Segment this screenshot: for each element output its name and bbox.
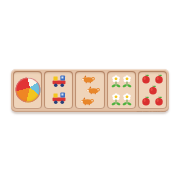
- counting-board-scene: hand made by bigjigs toys: [0, 0, 180, 180]
- apple-icon: [142, 74, 151, 84]
- fox-icon: [80, 97, 95, 106]
- tile-row: [13, 71, 167, 109]
- apple-icon: [142, 96, 151, 106]
- flower-icon: [111, 92, 121, 107]
- fox-icon: [86, 86, 101, 95]
- apple-icon: [148, 85, 157, 95]
- fox-icon: [80, 74, 95, 83]
- train-icon: [52, 75, 67, 87]
- tile-4-flower[interactable]: [107, 71, 136, 109]
- beach-ball-icon: [15, 78, 40, 103]
- apple-icon: [155, 96, 164, 106]
- flower-icon: [111, 74, 121, 89]
- train-icon: [52, 92, 67, 104]
- flower-icon: [122, 92, 132, 107]
- tile-5-apple[interactable]: [138, 71, 167, 109]
- brand-watermark: hand made by bigjigs toys: [137, 110, 166, 112]
- flower-icon: [122, 74, 132, 89]
- tile-1-beach-ball[interactable]: [13, 71, 42, 109]
- tile-2-train[interactable]: [44, 71, 73, 109]
- apple-icon: [155, 74, 164, 84]
- tile-3-fox[interactable]: [75, 71, 104, 109]
- board-tray: hand made by bigjigs toys: [11, 69, 169, 112]
